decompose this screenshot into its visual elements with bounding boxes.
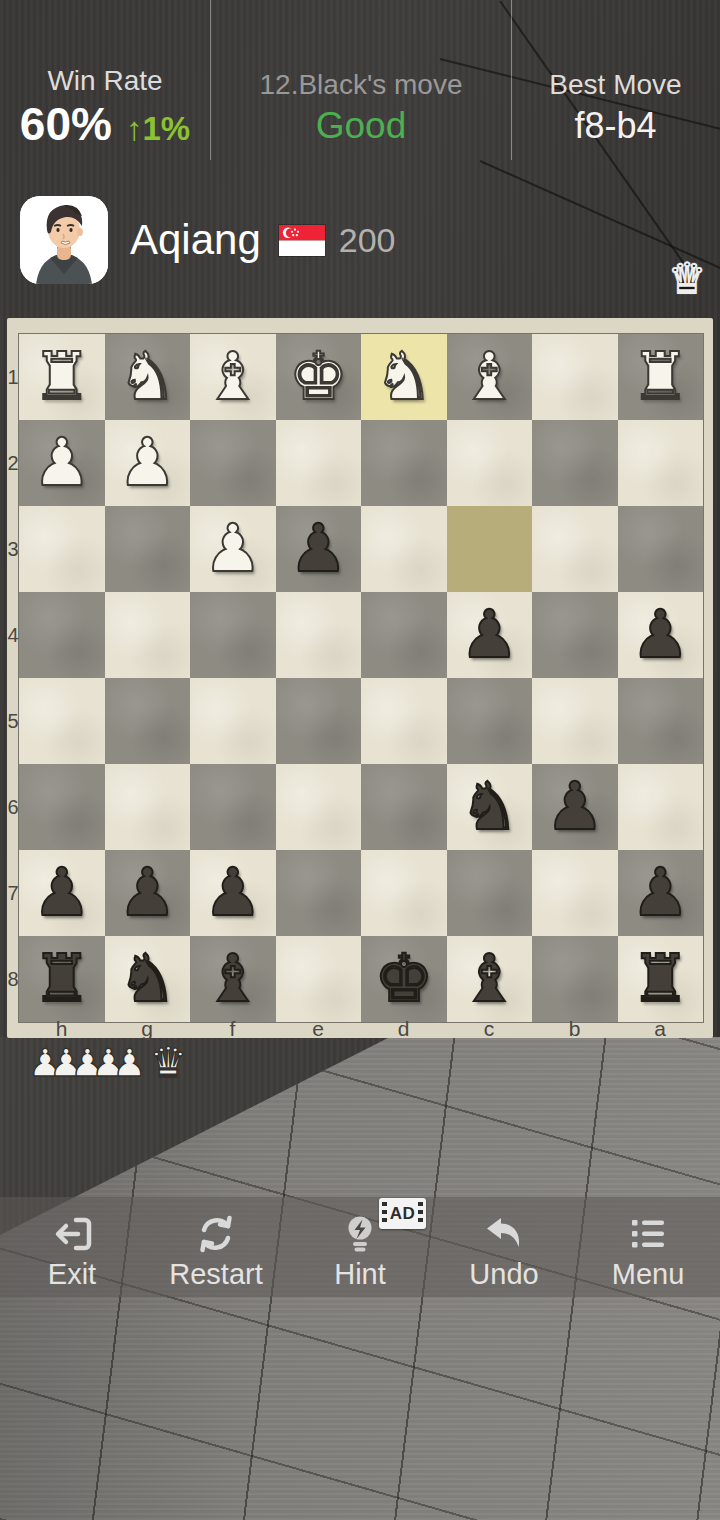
square-b4[interactable]	[532, 592, 618, 678]
square-g8[interactable]: ♞	[105, 936, 191, 1022]
square-h6[interactable]	[19, 764, 105, 850]
square-b7[interactable]	[532, 850, 618, 936]
square-h4[interactable]	[19, 592, 105, 678]
square-h1[interactable]: ♜	[19, 334, 105, 420]
square-c8[interactable]: ♝	[447, 936, 533, 1022]
file-label-b: b	[532, 1020, 617, 1038]
exit-door-icon	[49, 1211, 95, 1257]
piece-bP-h7[interactable]: ♟	[32, 860, 91, 926]
win-rate-value: 60%	[20, 98, 112, 150]
restart-label: Restart	[169, 1258, 262, 1290]
piece-bP-a7[interactable]: ♟	[631, 860, 690, 926]
square-e4[interactable]	[276, 592, 362, 678]
move-status-section: 12.Black's move Good	[210, 0, 512, 160]
rank-label-3: 3	[7, 506, 19, 592]
exit-label: Exit	[48, 1258, 96, 1290]
square-e3[interactable]: ♟	[276, 506, 362, 592]
ad-video-badge: AD	[379, 1198, 426, 1229]
square-b1[interactable]	[532, 334, 618, 420]
piece-wN-d1[interactable]: ♞	[374, 344, 433, 410]
square-b5[interactable]	[532, 678, 618, 764]
piece-bP-g7[interactable]: ♟	[118, 860, 177, 926]
square-f5[interactable]	[190, 678, 276, 764]
piece-wR-a1[interactable]: ♜	[631, 344, 690, 410]
square-e2[interactable]	[276, 420, 362, 506]
piece-bP-b6[interactable]: ♟	[545, 774, 604, 840]
piece-bB-f8[interactable]: ♝	[203, 946, 262, 1012]
piece-wP-f3[interactable]: ♟	[203, 516, 262, 582]
piece-bK-d8[interactable]: ♚	[374, 946, 433, 1012]
file-label-h: h	[19, 1020, 104, 1038]
app-screen: Win Rate 60% ↑1% 12.Black's move Good Be…	[0, 0, 720, 1520]
piece-wP-h2[interactable]: ♟	[32, 430, 91, 496]
square-d6[interactable]	[361, 764, 447, 850]
player-rating: 200	[339, 221, 396, 260]
film-perforation	[418, 1202, 423, 1225]
captured-by-black-tray: ♟♟♟♟♟♛	[28, 1040, 187, 1086]
square-e1[interactable]: ♚	[276, 334, 362, 420]
restart-button[interactable]: Restart	[144, 1197, 288, 1297]
menu-list-icon	[625, 1211, 671, 1257]
menu-label: Menu	[612, 1258, 685, 1290]
file-label-e: e	[276, 1020, 361, 1038]
piece-wP-g2[interactable]: ♟	[118, 430, 177, 496]
square-c5[interactable]	[447, 678, 533, 764]
square-b3[interactable]	[532, 506, 618, 592]
square-b2[interactable]	[532, 420, 618, 506]
file-label-d: d	[361, 1020, 446, 1038]
square-e8[interactable]	[276, 936, 362, 1022]
square-f3[interactable]: ♟	[190, 506, 276, 592]
square-e5[interactable]	[276, 678, 362, 764]
piece-wB-c1[interactable]: ♝	[460, 344, 519, 410]
square-g3[interactable]	[105, 506, 191, 592]
piece-bR-a8[interactable]: ♜	[631, 946, 690, 1012]
square-e7[interactable]	[276, 850, 362, 936]
square-d1[interactable]: ♞	[361, 334, 447, 420]
square-b8[interactable]	[532, 936, 618, 1022]
square-f8[interactable]: ♝	[190, 936, 276, 1022]
square-g7[interactable]: ♟	[105, 850, 191, 936]
move-quality-value: Good	[316, 102, 407, 150]
bottom-toolbar: Exit Restart AD	[0, 1197, 720, 1297]
square-c3[interactable]	[447, 506, 533, 592]
rank-label-1: 1	[7, 334, 19, 420]
captured-wQ: ♛	[149, 1041, 187, 1085]
rank-label-7: 7	[7, 850, 19, 936]
rank-label-2: 2	[7, 420, 19, 506]
square-a6[interactable]	[618, 764, 704, 850]
square-f2[interactable]	[190, 420, 276, 506]
rank-label-8: 8	[7, 936, 19, 1022]
piece-bP-a4[interactable]: ♟	[631, 602, 690, 668]
file-label-f: f	[190, 1020, 275, 1038]
square-f4[interactable]	[190, 592, 276, 678]
square-d2[interactable]	[361, 420, 447, 506]
square-c1[interactable]: ♝	[447, 334, 533, 420]
piece-bP-c4[interactable]: ♟	[460, 602, 519, 668]
captured-wP: ♟	[112, 1041, 146, 1085]
piece-bR-h8[interactable]: ♜	[32, 946, 91, 1012]
square-a8[interactable]: ♜	[618, 936, 704, 1022]
win-rate-label: Win Rate	[47, 64, 162, 98]
square-e6[interactable]	[276, 764, 362, 850]
square-d4[interactable]	[361, 592, 447, 678]
square-f7[interactable]: ♟	[190, 850, 276, 936]
square-c4[interactable]: ♟	[447, 592, 533, 678]
square-d8[interactable]: ♚	[361, 936, 447, 1022]
film-perforation	[382, 1202, 387, 1225]
restart-refresh-icon	[193, 1211, 239, 1257]
square-c6[interactable]: ♞	[447, 764, 533, 850]
win-rate-section: Win Rate 60% ↑1%	[0, 0, 210, 160]
square-h8[interactable]: ♜	[19, 936, 105, 1022]
undo-arrow-icon	[481, 1211, 527, 1257]
best-move-section: Best Move f8-b4	[512, 0, 719, 160]
square-g1[interactable]: ♞	[105, 334, 191, 420]
square-d7[interactable]	[361, 850, 447, 936]
win-rate-delta: ↑1%	[126, 110, 190, 148]
square-f1[interactable]: ♝	[190, 334, 276, 420]
square-h3[interactable]	[19, 506, 105, 592]
move-number-label: 12.Black's move	[260, 68, 463, 102]
piece-wN-g1[interactable]: ♞	[118, 344, 177, 410]
square-c7[interactable]	[447, 850, 533, 936]
undo-label: Undo	[469, 1258, 538, 1290]
file-label-a: a	[618, 1020, 703, 1038]
best-move-label: Best Move	[549, 68, 681, 102]
rank-label-5: 5	[7, 678, 19, 764]
best-move-value: f8-b4	[574, 102, 656, 150]
piece-bP-e3[interactable]: ♟	[289, 516, 348, 582]
square-g6[interactable]	[105, 764, 191, 850]
player-name: Aqiang	[130, 216, 261, 264]
piece-wK-e1[interactable]: ♚	[289, 344, 348, 410]
piece-bN-g8[interactable]: ♞	[118, 946, 177, 1012]
square-a5[interactable]	[618, 678, 704, 764]
square-a4[interactable]: ♟	[618, 592, 704, 678]
file-label-c: c	[447, 1020, 532, 1038]
square-g5[interactable]	[105, 678, 191, 764]
square-a1[interactable]: ♜	[618, 334, 704, 420]
square-h7[interactable]: ♟	[19, 850, 105, 936]
square-c2[interactable]	[447, 420, 533, 506]
square-h2[interactable]: ♟	[19, 420, 105, 506]
piece-bB-c8[interactable]: ♝	[460, 946, 519, 1012]
hint-lightbulb-icon	[337, 1211, 383, 1257]
piece-bN-c6[interactable]: ♞	[460, 774, 519, 840]
square-h5[interactable]	[19, 678, 105, 764]
chess-board: ♜♞♝♚♞♝♜♟♟♟♟♟♟♞♟♟♟♟♟♜♞♝♚♝♜	[19, 334, 703, 1022]
menu-button[interactable]: Menu	[576, 1197, 720, 1297]
hint-button[interactable]: AD Hint	[288, 1197, 432, 1297]
chess-board-panel: ♜♞♝♚♞♝♜♟♟♟♟♟♟♞♟♟♟♟♟♜♞♝♚♝♜ 12345678 hgfed…	[7, 318, 713, 1038]
square-f6[interactable]	[190, 764, 276, 850]
piece-wB-f1[interactable]: ♝	[203, 344, 262, 410]
square-a7[interactable]: ♟	[618, 850, 704, 936]
rank-label-4: 4	[7, 592, 19, 678]
hint-label: Hint	[334, 1258, 386, 1290]
ad-badge-text: AD	[390, 1204, 416, 1224]
stats-bar: Win Rate 60% ↑1% 12.Black's move Good Be…	[0, 0, 720, 160]
square-d3[interactable]	[361, 506, 447, 592]
piece-bP-f7[interactable]: ♟	[203, 860, 262, 926]
square-g4[interactable]	[105, 592, 191, 678]
square-a3[interactable]	[618, 506, 704, 592]
opponent-row: Aqiang 200	[20, 196, 396, 284]
square-a2[interactable]	[618, 420, 704, 506]
piece-wR-h1[interactable]: ♜	[32, 344, 91, 410]
undo-button[interactable]: Undo	[432, 1197, 576, 1297]
exit-button[interactable]: Exit	[0, 1197, 144, 1297]
square-d5[interactable]	[361, 678, 447, 764]
avatar[interactable]	[20, 196, 108, 284]
file-label-g: g	[105, 1020, 190, 1038]
square-g2[interactable]: ♟	[105, 420, 191, 506]
rank-label-6: 6	[7, 764, 19, 850]
square-b6[interactable]: ♟	[532, 764, 618, 850]
captured-by-white-tray: ♛	[662, 256, 712, 302]
singapore-flag-icon	[279, 225, 325, 256]
